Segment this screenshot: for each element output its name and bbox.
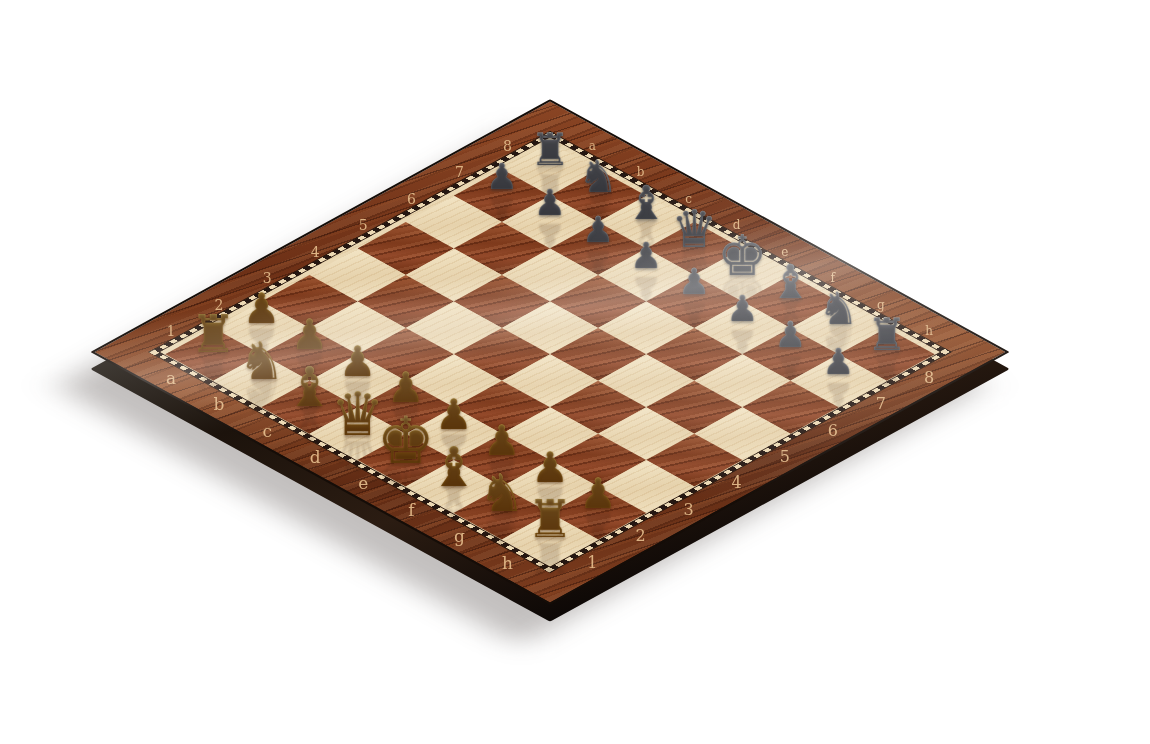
- label-file-f-far: f: [822, 267, 844, 289]
- label-rank-5-left: 5: [352, 214, 374, 236]
- piece-white-rook[interactable]: ♜: [516, 485, 584, 553]
- label-rank-8-left: 8: [497, 135, 519, 157]
- label-rank-7-right: 7: [870, 393, 892, 415]
- chess-set-photo: ♜♜♞♞♝♝♛♛♚♚♝♝♞♞♜♜♟♟♟♟♟♟♟♟♟♟♟♟♟♟♟♟♟♟♟♟♟♟♟♟…: [0, 0, 1150, 744]
- label-rank-4-right: 4: [726, 472, 748, 494]
- label-rank-2-right: 2: [630, 525, 652, 547]
- label-file-b-near: b: [208, 393, 230, 415]
- label-rank-3-left: 3: [256, 267, 278, 289]
- label-rank-1-right: 1: [581, 552, 603, 574]
- chess-board: ♜♜♞♞♝♝♛♛♚♚♝♝♞♞♜♜♟♟♟♟♟♟♟♟♟♟♟♟♟♟♟♟♟♟♟♟♟♟♟♟…: [225, 27, 875, 677]
- label-file-h-near: h: [497, 552, 519, 574]
- label-file-a-near: a: [160, 367, 182, 389]
- label-rank-4-left: 4: [304, 241, 326, 263]
- label-file-h-far: h: [918, 320, 940, 342]
- label-file-g-far: g: [870, 294, 892, 316]
- label-rank-8-right: 8: [918, 367, 940, 389]
- label-file-b-far: b: [630, 161, 652, 183]
- label-file-e-far: e: [774, 241, 796, 263]
- label-rank-3-right: 3: [678, 499, 700, 521]
- label-file-e-near: e: [352, 472, 374, 494]
- label-rank-6-right: 6: [822, 420, 844, 442]
- label-file-g-near: g: [448, 525, 470, 547]
- label-rank-6-left: 6: [400, 188, 422, 210]
- label-file-c-near: c: [256, 420, 278, 442]
- label-file-a-far: a: [581, 135, 603, 157]
- label-rank-1-left: 1: [160, 320, 182, 342]
- label-file-c-far: c: [678, 188, 700, 210]
- label-rank-5-right: 5: [774, 446, 796, 468]
- label-rank-2-left: 2: [208, 294, 230, 316]
- label-file-f-near: f: [400, 499, 422, 521]
- label-rank-7-left: 7: [448, 161, 470, 183]
- piece-black-pawn[interactable]: ♟: [804, 327, 872, 395]
- label-file-d-far: d: [726, 214, 748, 236]
- board-face: ♜♜♞♞♝♝♛♛♚♚♝♝♞♞♜♜♟♟♟♟♟♟♟♟♟♟♟♟♟♟♟♟♟♟♟♟♟♟♟♟…: [90, 99, 1009, 605]
- label-file-d-near: d: [304, 446, 326, 468]
